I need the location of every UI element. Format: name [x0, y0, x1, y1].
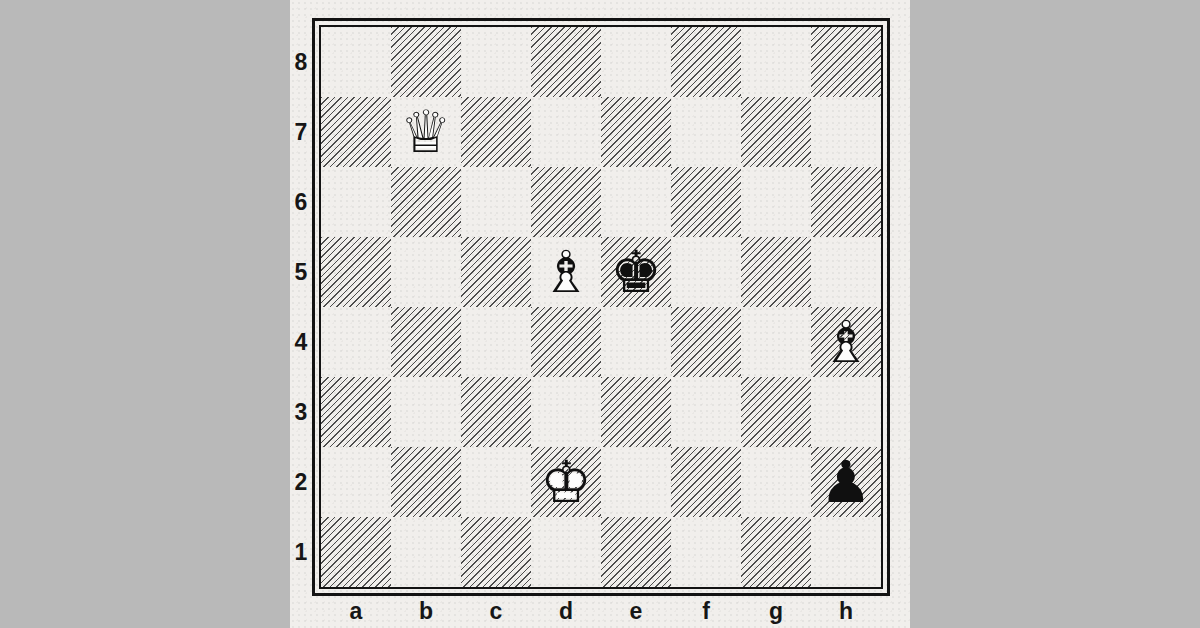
square-f5: [671, 237, 741, 307]
square-c6: [461, 167, 531, 237]
white-bishop-d5: ♗: [531, 237, 601, 307]
square-g4: [741, 307, 811, 377]
white-bishop-fill: ♝: [811, 307, 881, 377]
chessboard-frame: ♛♕♝♗♚♝♗♚♔♟: [312, 18, 890, 596]
square-b7: ♛♕: [391, 97, 461, 167]
square-d2: ♚♔: [531, 447, 601, 517]
file-label-b: b: [391, 596, 461, 626]
square-b4: [391, 307, 461, 377]
file-label-g: g: [741, 596, 811, 626]
square-b1: [391, 517, 461, 587]
square-a1: [321, 517, 391, 587]
square-d4: [531, 307, 601, 377]
square-f2: [671, 447, 741, 517]
square-f4: [671, 307, 741, 377]
square-a5: [321, 237, 391, 307]
square-c7: [461, 97, 531, 167]
square-h2: ♟: [811, 447, 881, 517]
file-label-c: c: [461, 596, 531, 626]
rank-label-2: 2: [290, 447, 312, 517]
file-label-d: d: [531, 596, 601, 626]
square-b2: [391, 447, 461, 517]
square-h6: [811, 167, 881, 237]
black-pawn-h2: ♟: [811, 447, 881, 517]
file-label-e: e: [601, 596, 671, 626]
file-label-a: a: [321, 596, 391, 626]
square-f7: [671, 97, 741, 167]
square-e8: [601, 27, 671, 97]
square-e7: [601, 97, 671, 167]
square-c2: [461, 447, 531, 517]
square-b5: [391, 237, 461, 307]
white-king-fill: ♚: [531, 447, 601, 517]
square-d6: [531, 167, 601, 237]
white-bishop-fill: ♝: [531, 237, 601, 307]
black-king-e5: ♚: [601, 237, 671, 307]
square-c1: [461, 517, 531, 587]
square-e2: [601, 447, 671, 517]
rank-label-3: 3: [290, 377, 312, 447]
square-f3: [671, 377, 741, 447]
square-b8: [391, 27, 461, 97]
square-h8: [811, 27, 881, 97]
white-queen-fill: ♛: [391, 97, 461, 167]
square-c4: [461, 307, 531, 377]
square-g5: [741, 237, 811, 307]
square-a3: [321, 377, 391, 447]
rank-labels: 87654321: [290, 27, 312, 587]
square-c8: [461, 27, 531, 97]
square-d3: [531, 377, 601, 447]
page-background: 87654321 ♛♕♝♗♚♝♗♚♔♟ abcdefgh: [0, 0, 1200, 628]
square-a4: [321, 307, 391, 377]
square-g3: [741, 377, 811, 447]
square-h4: ♝♗: [811, 307, 881, 377]
file-labels: abcdefgh: [321, 596, 881, 626]
rank-label-6: 6: [290, 167, 312, 237]
square-d1: [531, 517, 601, 587]
rank-label-7: 7: [290, 97, 312, 167]
square-e1: [601, 517, 671, 587]
rank-label-1: 1: [290, 517, 312, 587]
square-h7: [811, 97, 881, 167]
square-g2: [741, 447, 811, 517]
square-g1: [741, 517, 811, 587]
square-f8: [671, 27, 741, 97]
square-a8: [321, 27, 391, 97]
rank-label-8: 8: [290, 27, 312, 97]
square-e4: [601, 307, 671, 377]
square-d5: ♝♗: [531, 237, 601, 307]
white-bishop-h4: ♗: [811, 307, 881, 377]
square-d8: [531, 27, 601, 97]
square-h5: [811, 237, 881, 307]
rank-label-5: 5: [290, 237, 312, 307]
square-b3: [391, 377, 461, 447]
square-e6: [601, 167, 671, 237]
square-g7: [741, 97, 811, 167]
square-e3: [601, 377, 671, 447]
square-c3: [461, 377, 531, 447]
square-h3: [811, 377, 881, 447]
file-label-f: f: [671, 596, 741, 626]
square-f1: [671, 517, 741, 587]
square-g8: [741, 27, 811, 97]
paper-background: 87654321 ♛♕♝♗♚♝♗♚♔♟ abcdefgh: [290, 0, 910, 628]
square-d7: [531, 97, 601, 167]
chessboard: ♛♕♝♗♚♝♗♚♔♟: [319, 25, 883, 589]
file-label-h: h: [811, 596, 881, 626]
white-queen-b7: ♕: [391, 97, 461, 167]
square-b6: [391, 167, 461, 237]
square-a2: [321, 447, 391, 517]
square-g6: [741, 167, 811, 237]
square-f6: [671, 167, 741, 237]
square-e5: ♚: [601, 237, 671, 307]
square-a6: [321, 167, 391, 237]
rank-label-4: 4: [290, 307, 312, 377]
square-a7: [321, 97, 391, 167]
square-h1: [811, 517, 881, 587]
white-king-d2: ♔: [531, 447, 601, 517]
square-c5: [461, 237, 531, 307]
